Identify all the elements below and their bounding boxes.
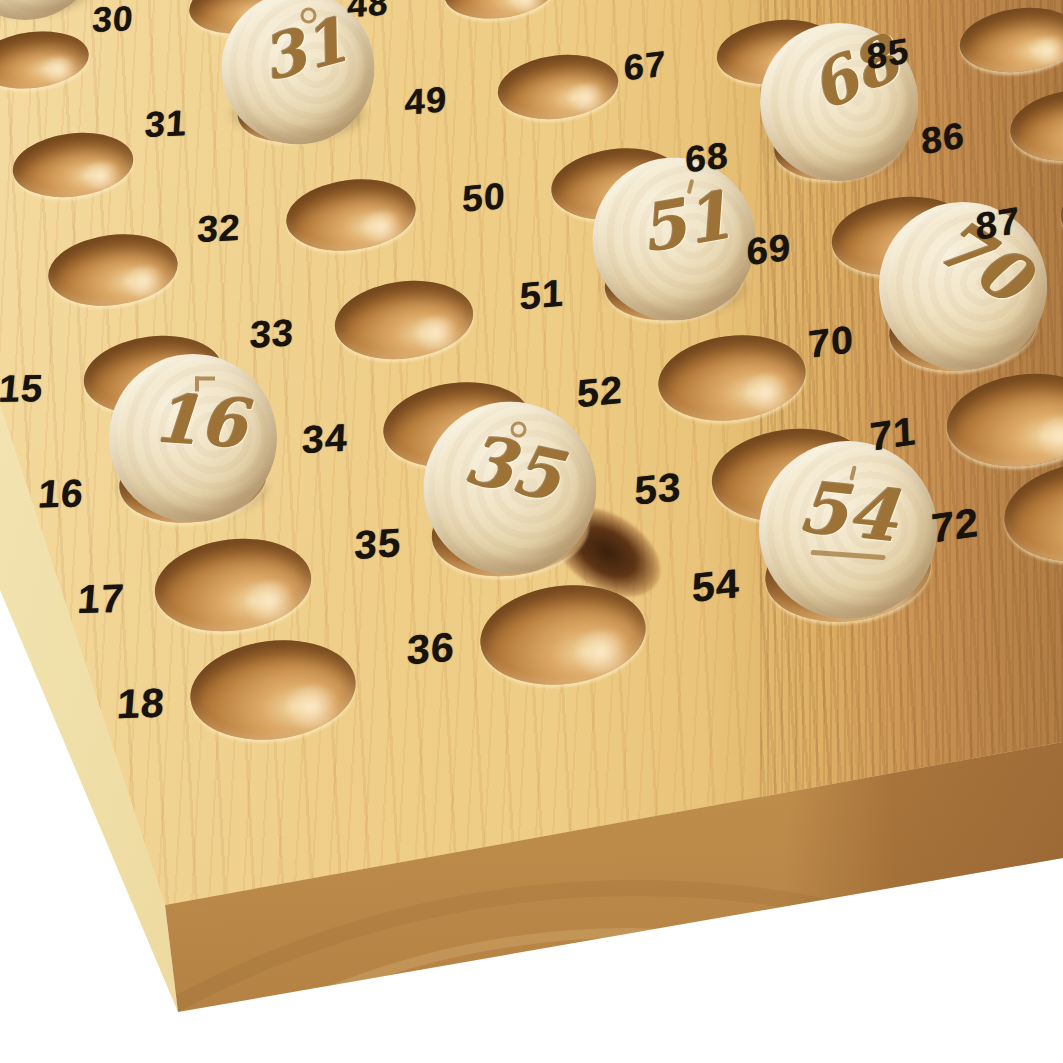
ball-number: 16	[151, 385, 249, 458]
ball-51[interactable]: 51	[593, 158, 756, 321]
hole-label-53: 53	[635, 464, 682, 514]
hole-17[interactable]	[150, 530, 317, 639]
hole-label-86: 86	[920, 115, 966, 163]
hole-label-16: 16	[36, 472, 85, 517]
hole-12[interactable]	[0, 25, 92, 94]
hole-label-30: 30	[91, 0, 135, 40]
ball-16[interactable]: 16	[109, 354, 277, 522]
hole-label-67: 67	[624, 43, 667, 90]
hole-label-71: 71	[869, 408, 917, 459]
hole-13[interactable]	[9, 126, 137, 203]
hole-label-34: 34	[301, 416, 349, 463]
ball-35[interactable]: 35	[424, 402, 597, 575]
hole-label-15: 15	[0, 367, 45, 411]
hole-label-36: 36	[406, 624, 455, 674]
hole-label-32: 32	[196, 207, 242, 251]
ball-number: 51	[635, 183, 735, 263]
ball-54[interactable]: 54	[759, 441, 937, 619]
hole-label-35: 35	[354, 520, 403, 568]
hole-label-87: 87	[974, 199, 1021, 249]
hole-label-48: 48	[347, 0, 389, 26]
hole-label-33: 33	[249, 311, 296, 356]
hole-33[interactable]	[330, 273, 477, 366]
hole-14[interactable]	[44, 227, 182, 312]
hole-label-49: 49	[404, 78, 447, 123]
hole-label-54: 54	[692, 560, 740, 612]
hole-label-52: 52	[577, 368, 623, 416]
ball-number: 54	[795, 472, 901, 553]
hole-label-85: 85	[866, 30, 911, 78]
hole-label-69: 69	[746, 226, 792, 274]
hole-48[interactable]	[441, 0, 559, 25]
hole-label-72: 72	[930, 499, 980, 552]
hole-label-68: 68	[685, 134, 729, 181]
hole-18[interactable]	[185, 631, 362, 748]
hole-label-51: 51	[519, 272, 564, 319]
hole-label-50: 50	[462, 175, 506, 221]
ball-70[interactable]: 70	[879, 202, 1047, 370]
ball-number: 35	[459, 424, 567, 511]
ball-orientation-mark	[195, 377, 215, 392]
hole-label-70: 70	[807, 317, 854, 367]
hole-32[interactable]	[282, 172, 420, 257]
ball-orientation-mark	[301, 8, 317, 24]
bingo-board-photo: 1516161718303131323334353536484950515152…	[0, 0, 1063, 1063]
hole-49[interactable]	[494, 48, 622, 125]
hole-label-18: 18	[115, 680, 166, 728]
hole-label-17: 17	[76, 576, 126, 622]
ball-orientation-mark	[511, 421, 527, 437]
hole-label-31: 31	[144, 102, 189, 146]
